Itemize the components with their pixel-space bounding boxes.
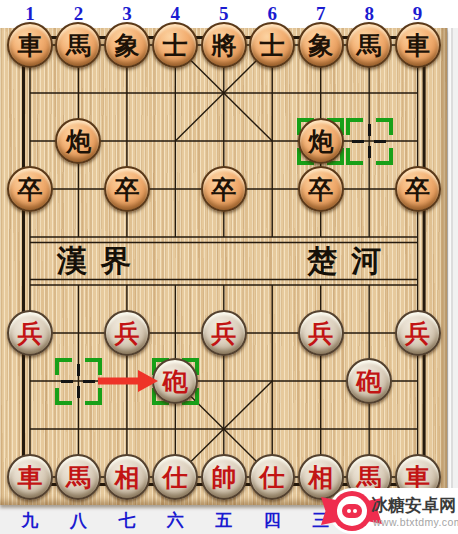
right-panel-edge xyxy=(447,28,458,508)
piece-black-f2r1[interactable]: 馬 xyxy=(55,22,101,68)
piece-red-f8r8[interactable]: 砲 xyxy=(346,358,392,404)
piece-black-f8r1[interactable]: 馬 xyxy=(346,22,392,68)
piece-red-f4r8[interactable]: 砲 xyxy=(152,358,198,404)
piece-red-f3r7[interactable]: 兵 xyxy=(104,310,150,356)
piece-red-f5r10[interactable]: 帥 xyxy=(201,454,247,500)
crosshair-cursor-icon xyxy=(61,364,95,398)
file-label-bottom-1: 九 xyxy=(22,510,39,532)
piece-red-f7r7[interactable]: 兵 xyxy=(298,310,344,356)
file-label-bottom-4: 六 xyxy=(167,510,184,532)
piece-black-f4r1[interactable]: 士 xyxy=(152,22,198,68)
piece-black-f9r1[interactable]: 車 xyxy=(395,22,441,68)
piece-black-f1r4[interactable]: 卒 xyxy=(7,166,53,212)
piece-black-f3r1[interactable]: 象 xyxy=(104,22,150,68)
piece-black-f7r4[interactable]: 卒 xyxy=(298,166,344,212)
piece-black-f9r4[interactable]: 卒 xyxy=(395,166,441,212)
piece-red-f7r10[interactable]: 相 xyxy=(298,454,344,500)
file-label-bottom-2: 八 xyxy=(70,510,87,532)
file-label-bottom-9: 一 xyxy=(409,510,426,532)
piece-red-f6r10[interactable]: 仕 xyxy=(249,454,295,500)
piece-red-f4r10[interactable]: 仕 xyxy=(152,454,198,500)
crosshair-cursor-icon xyxy=(352,124,386,158)
file-label-bottom-6: 四 xyxy=(264,510,281,532)
file-label-bottom-7: 三 xyxy=(312,510,329,532)
piece-red-f8r10[interactable]: 馬 xyxy=(346,454,392,500)
piece-black-f3r4[interactable]: 卒 xyxy=(104,166,150,212)
piece-black-f2r3[interactable]: 炮 xyxy=(55,118,101,164)
piece-red-f5r7[interactable]: 兵 xyxy=(201,310,247,356)
board-grid[interactable]: 車馬象士將士象馬車炮炮卒卒卒卒卒兵兵兵兵兵砲砲車馬相仕帥仕相馬車 xyxy=(6,21,442,501)
piece-red-f2r10[interactable]: 馬 xyxy=(55,454,101,500)
xiangqi-app: 123456789 漢界 楚河 車馬象士將士象馬車炮炮卒卒卒卒卒兵兵兵兵兵砲砲車… xyxy=(0,0,458,534)
piece-black-f5r1[interactable]: 將 xyxy=(201,22,247,68)
piece-black-f6r1[interactable]: 士 xyxy=(249,22,295,68)
piece-black-f1r1[interactable]: 車 xyxy=(7,22,53,68)
piece-black-f7r1[interactable]: 象 xyxy=(298,22,344,68)
file-label-bottom-5: 五 xyxy=(215,510,232,532)
piece-red-f1r7[interactable]: 兵 xyxy=(7,310,53,356)
file-label-bottom-8: 二 xyxy=(361,510,378,532)
piece-red-f1r10[interactable]: 車 xyxy=(7,454,53,500)
piece-red-f9r10[interactable]: 車 xyxy=(395,454,441,500)
bottom-file-labels: 九八七六五四三二一 xyxy=(0,508,458,534)
file-label-bottom-3: 七 xyxy=(118,510,135,532)
piece-red-f9r7[interactable]: 兵 xyxy=(395,310,441,356)
piece-red-f3r10[interactable]: 相 xyxy=(104,454,150,500)
piece-black-f7r3[interactable]: 炮 xyxy=(298,118,344,164)
piece-black-f5r4[interactable]: 卒 xyxy=(201,166,247,212)
